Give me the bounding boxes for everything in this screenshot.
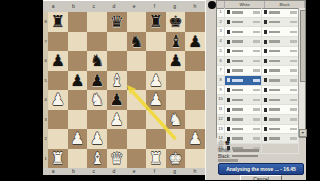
scrollbar-thumb[interactable]	[300, 10, 307, 82]
file-label-h: h	[185, 168, 205, 175]
move-number-5: 5	[217, 47, 225, 56]
black-move-cell-1[interactable]	[262, 8, 299, 17]
file-label-e: e	[124, 168, 144, 175]
move-row-3[interactable]: 3	[217, 27, 299, 37]
black-column-header: Black	[265, 1, 305, 8]
square-d2[interactable]	[107, 129, 127, 149]
square-g6[interactable]: ♟	[166, 51, 186, 71]
move-row-9[interactable]: 9	[217, 86, 299, 96]
move-time-illegible	[290, 79, 297, 82]
piece-figurine-icon	[264, 88, 268, 92]
black-player-line: Black:	[218, 154, 258, 159]
move-time-illegible	[290, 11, 297, 14]
square-h7[interactable]: ♟	[185, 32, 205, 52]
move-time-illegible	[253, 69, 260, 72]
square-e5[interactable]	[127, 71, 147, 91]
move-time-illegible	[253, 79, 260, 82]
analysis-footer: ♔♚ White: Black: Analysing the move ... …	[216, 138, 306, 180]
black-piece-n-c6: ♞	[87, 51, 107, 71]
white-piece-q-d1: ♛	[107, 149, 127, 169]
black-move-cell-6[interactable]	[262, 57, 299, 66]
white-player-line: White:	[218, 148, 259, 153]
black-player-name-illegible	[232, 155, 258, 158]
black-move-cell-7[interactable]	[262, 66, 299, 75]
white-piece-p-a4: ♟	[48, 90, 68, 110]
square-g3[interactable]: ♞	[166, 110, 186, 130]
piece-figurine-icon	[264, 127, 268, 131]
square-d6[interactable]	[107, 51, 127, 71]
square-b4[interactable]	[68, 90, 88, 110]
square-c7[interactable]	[87, 32, 107, 52]
piece-figurine-icon	[264, 40, 268, 44]
square-f6[interactable]	[146, 51, 166, 71]
move-text-illegible	[232, 108, 243, 111]
move-row-10[interactable]: 10	[217, 95, 299, 105]
move-number-8: 8	[217, 76, 225, 85]
move-time-illegible	[253, 50, 260, 53]
piece-figurine-icon	[264, 117, 268, 121]
move-text-illegible	[232, 60, 243, 63]
file-label-f: f	[144, 168, 164, 175]
move-time-illegible	[290, 40, 297, 43]
square-g1[interactable]: ♚	[166, 149, 186, 169]
move-number-6: 6	[217, 57, 225, 66]
black-piece-p-a6: ♟	[48, 51, 68, 71]
square-c6[interactable]: ♞	[87, 51, 107, 71]
move-time-illegible	[253, 60, 260, 63]
white-piece-p-c2: ♟	[87, 129, 107, 149]
move-row-1[interactable]: 1	[217, 8, 299, 18]
square-f1[interactable]: ♜	[146, 149, 166, 169]
white-piece-k-g1: ♚	[166, 149, 186, 169]
square-g8[interactable]: ♚	[166, 12, 186, 32]
move-text-illegible	[269, 40, 280, 43]
piece-figurine-icon	[264, 78, 268, 82]
move-text-illegible	[232, 40, 243, 43]
file-label-g: g	[165, 168, 185, 175]
move-row-7[interactable]: 7	[217, 66, 299, 76]
piece-figurine-icon	[227, 108, 231, 112]
square-a7[interactable]	[48, 32, 68, 52]
square-h4[interactable]	[185, 90, 205, 110]
scrollbar-down-arrow[interactable]: ▾	[299, 129, 307, 137]
fritz-analysis-window: abcdefgh 87654321 abcdefgh ♜♛♜♚♞♝♟♟♞♟♟♟♝…	[0, 0, 320, 180]
white-move-cell-10[interactable]	[225, 95, 262, 104]
move-time-illegible	[253, 118, 260, 121]
move-time-illegible	[253, 99, 260, 102]
white-piece-p-h2: ♟	[185, 129, 205, 149]
square-g7[interactable]: ♝	[166, 32, 186, 52]
square-e6[interactable]	[127, 51, 147, 71]
square-a8[interactable]: ♜	[48, 12, 68, 32]
move-text-illegible	[232, 99, 243, 102]
white-move-cell-4[interactable]	[225, 37, 262, 46]
move-text-illegible	[269, 69, 280, 72]
black-piece-p-b5: ♟	[68, 71, 88, 91]
black-move-cell-5[interactable]	[262, 47, 299, 56]
square-g2[interactable]	[166, 129, 186, 149]
move-time-illegible	[290, 128, 297, 131]
square-g4[interactable]	[166, 90, 186, 110]
white-move-cell-6[interactable]	[225, 57, 262, 66]
white-piece-r-f1: ♜	[146, 149, 166, 169]
square-d5[interactable]: ♝	[107, 71, 127, 91]
move-text-illegible	[269, 11, 280, 14]
piece-figurine-icon	[264, 59, 268, 63]
square-g5[interactable]	[166, 71, 186, 91]
analysing-progress-button[interactable]: Analysing the move ... - 16.45	[218, 163, 304, 176]
move-text-illegible	[232, 69, 243, 72]
piece-figurine-icon	[227, 20, 231, 24]
square-h3[interactable]	[185, 110, 205, 130]
file-labels-top: abcdefgh	[43, 0, 205, 12]
black-piece-b-g7: ♝	[166, 32, 186, 52]
piece-figurine-icon	[227, 78, 231, 82]
black-king-icon: ♚	[224, 139, 230, 147]
piece-figurine-icon	[227, 69, 231, 73]
square-b7[interactable]	[68, 32, 88, 52]
piece-figurine-icon	[264, 69, 268, 73]
square-h1[interactable]	[185, 149, 205, 169]
piece-figurine-icon	[227, 59, 231, 63]
piece-figurine-icon	[264, 49, 268, 53]
white-player-label: White:	[218, 148, 231, 153]
black-move-cell-12[interactable]	[262, 115, 299, 124]
move-number-2: 2	[217, 18, 225, 27]
move-number-9: 9	[217, 86, 225, 95]
move-time-illegible	[290, 60, 297, 63]
move-text-illegible	[269, 50, 280, 53]
white-move-cell-11[interactable]	[225, 105, 262, 114]
file-label-h: h	[185, 1, 205, 12]
square-a1[interactable]: ♜	[48, 149, 68, 169]
file-label-d: d	[104, 1, 124, 12]
white-move-cell-2[interactable]	[225, 18, 262, 27]
move-time-illegible	[290, 69, 297, 72]
square-c1[interactable]: ♝	[87, 149, 107, 169]
square-e8[interactable]	[127, 12, 147, 32]
black-move-cell-4[interactable]	[262, 37, 299, 46]
move-time-illegible	[253, 40, 260, 43]
move-text-illegible	[269, 128, 280, 131]
piece-figurine-icon	[227, 98, 231, 102]
side-to-move-indicator-black	[208, 1, 216, 9]
square-f4[interactable]: ♟	[146, 90, 166, 110]
file-label-a: a	[43, 1, 63, 12]
square-f3[interactable]	[146, 110, 166, 130]
move-time-illegible	[290, 89, 297, 92]
black-move-cell-10[interactable]	[262, 95, 299, 104]
move-time-illegible	[253, 128, 260, 131]
player-color-icons: ♔♚	[218, 139, 231, 147]
file-label-c: c	[84, 1, 104, 12]
square-b5[interactable]: ♟	[68, 71, 88, 91]
square-a5[interactable]	[48, 71, 68, 91]
move-row-6[interactable]: 6	[217, 57, 299, 67]
move-number-12: 12	[217, 115, 225, 124]
white-column-header: White	[225, 1, 265, 8]
white-move-cell-13[interactable]	[225, 125, 262, 134]
square-h2[interactable]: ♟	[185, 129, 205, 149]
move-number-header	[217, 1, 225, 8]
white-move-cell-3[interactable]	[225, 27, 262, 36]
file-label-e: e	[124, 1, 144, 12]
square-b6[interactable]	[68, 51, 88, 71]
square-f5[interactable]: ♟	[146, 71, 166, 91]
move-row-11[interactable]: 11	[217, 105, 299, 115]
move-row-5[interactable]: 5	[217, 47, 299, 57]
square-d7[interactable]	[107, 32, 127, 52]
piece-figurine-icon	[264, 30, 268, 34]
white-move-cell-9[interactable]	[225, 86, 262, 95]
white-move-cell-5[interactable]	[225, 47, 262, 56]
piece-figurine-icon	[264, 98, 268, 102]
move-text-illegible	[232, 50, 243, 53]
square-f8[interactable]: ♜	[146, 12, 166, 32]
move-text-illegible	[232, 89, 243, 92]
piece-figurine-icon	[227, 10, 231, 14]
move-time-illegible	[253, 21, 260, 24]
file-labels-bottom: abcdefgh	[43, 168, 205, 175]
move-text-illegible	[269, 21, 280, 24]
move-time-illegible	[253, 31, 260, 34]
move-text-illegible	[269, 79, 280, 82]
white-piece-p-d3: ♟	[107, 110, 127, 130]
move-text-illegible	[232, 11, 243, 14]
square-c2[interactable]: ♟	[87, 129, 107, 149]
black-move-cell-9[interactable]	[262, 86, 299, 95]
square-a6[interactable]: ♟	[48, 51, 68, 71]
square-a2[interactable]	[48, 129, 68, 149]
move-row-4[interactable]: 4	[217, 37, 299, 47]
square-h5[interactable]	[185, 71, 205, 91]
move-time-illegible	[253, 11, 260, 14]
move-list-scrollbar[interactable]: ▾	[298, 8, 305, 137]
result-line-illegible	[218, 159, 238, 162]
square-c3[interactable]	[87, 110, 107, 130]
piece-figurine-icon	[227, 117, 231, 121]
move-text-illegible	[232, 128, 243, 131]
square-d3[interactable]: ♟	[107, 110, 127, 130]
chess-board[interactable]: ♜♛♜♚♞♝♟♟♞♟♟♟♝♟♟♞♟♟♟♞♟♟♟♜♝♛♜♚	[48, 12, 205, 168]
move-text-illegible	[232, 118, 243, 121]
move-time-illegible	[290, 99, 297, 102]
piece-figurine-icon	[227, 88, 231, 92]
white-piece-p-f5: ♟	[146, 71, 166, 91]
square-e2[interactable]	[127, 129, 147, 149]
piece-figurine-icon	[264, 20, 268, 24]
square-b8[interactable]	[68, 12, 88, 32]
black-piece-k-g8: ♚	[166, 12, 186, 32]
black-move-cell-8[interactable]	[262, 76, 299, 85]
move-row-2[interactable]: 2	[217, 18, 299, 28]
square-h6[interactable]	[185, 51, 205, 71]
file-label-f: f	[144, 1, 164, 12]
square-d4[interactable]: ♟	[107, 90, 127, 110]
move-number-10: 10	[217, 95, 225, 104]
move-list-table[interactable]: White Black 123456789101112131415 ▾	[216, 0, 306, 138]
file-label-a: a	[43, 168, 63, 175]
move-text-illegible	[269, 99, 280, 102]
white-move-cell-12[interactable]	[225, 115, 262, 124]
square-b2[interactable]: ♟	[68, 129, 88, 149]
move-time-illegible	[290, 108, 297, 111]
square-d8[interactable]: ♛	[107, 12, 127, 32]
white-piece-b-d5: ♝	[107, 71, 127, 91]
move-text-illegible	[232, 31, 243, 34]
move-text-illegible	[269, 31, 280, 34]
file-label-d: d	[104, 168, 124, 175]
move-number-4: 4	[217, 37, 225, 46]
move-time-illegible	[290, 118, 297, 121]
square-e7[interactable]: ♞	[127, 32, 147, 52]
black-piece-p-h7: ♟	[185, 32, 205, 52]
move-time-illegible	[290, 21, 297, 24]
square-c5[interactable]: ♟	[87, 71, 107, 91]
piece-figurine-icon	[227, 49, 231, 53]
move-time-illegible	[253, 108, 260, 111]
white-piece-r-a1: ♜	[48, 149, 68, 169]
black-player-label: Black:	[218, 154, 230, 159]
move-text-illegible	[269, 108, 280, 111]
move-list-rows: 123456789101112131415	[217, 8, 299, 137]
file-label-b: b	[63, 1, 83, 12]
square-c8[interactable]	[87, 12, 107, 32]
move-number-3: 3	[217, 27, 225, 36]
file-label-b: b	[63, 168, 83, 175]
white-move-cell-1[interactable]	[225, 8, 262, 17]
move-time-illegible	[253, 89, 260, 92]
black-piece-p-g6: ♟	[166, 51, 186, 71]
square-a4[interactable]: ♟	[48, 90, 68, 110]
move-row-13[interactable]: 13	[217, 125, 299, 135]
piece-figurine-icon	[227, 40, 231, 44]
square-c4[interactable]: ♞	[87, 90, 107, 110]
black-piece-p-d4: ♟	[107, 90, 127, 110]
white-piece-b-c1: ♝	[87, 149, 107, 169]
move-number-7: 7	[217, 66, 225, 75]
black-piece-r-f8: ♜	[146, 12, 166, 32]
square-e4[interactable]	[127, 90, 147, 110]
square-d1[interactable]: ♛	[107, 149, 127, 169]
move-row-12[interactable]: 12	[217, 115, 299, 125]
move-time-illegible	[290, 50, 297, 53]
black-move-cell-3[interactable]	[262, 27, 299, 36]
white-player-name-illegible	[233, 149, 259, 152]
square-f7[interactable]	[146, 32, 166, 52]
move-time-illegible	[290, 31, 297, 34]
white-move-cell-7[interactable]	[225, 66, 262, 75]
piece-figurine-icon	[227, 127, 231, 131]
square-b1[interactable]	[68, 149, 88, 169]
black-move-cell-11[interactable]	[262, 105, 299, 114]
move-text-illegible	[269, 60, 280, 63]
piece-figurine-icon	[227, 30, 231, 34]
square-e3[interactable]	[127, 110, 147, 130]
square-h8[interactable]	[185, 12, 205, 32]
black-piece-q-d8: ♛	[107, 12, 127, 32]
black-piece-n-e7: ♞	[127, 32, 147, 52]
file-label-g: g	[165, 1, 185, 12]
piece-figurine-icon	[264, 108, 268, 112]
move-number-1: 1	[217, 8, 225, 17]
black-piece-p-c5: ♟	[87, 71, 107, 91]
file-label-c: c	[84, 168, 104, 175]
white-move-cell-8[interactable]	[225, 76, 262, 85]
move-number-13: 13	[217, 125, 225, 134]
move-text-illegible	[269, 118, 280, 121]
cancel-button[interactable]: Cancel	[240, 175, 282, 181]
white-piece-p-f4: ♟	[146, 90, 166, 110]
square-b3[interactable]	[68, 110, 88, 130]
move-text-illegible	[232, 21, 243, 24]
white-piece-n-c4: ♞	[87, 90, 107, 110]
black-move-cell-2[interactable]	[262, 18, 299, 27]
white-piece-p-b2: ♟	[68, 129, 88, 149]
black-piece-r-a8: ♜	[48, 12, 68, 32]
square-f2[interactable]	[146, 129, 166, 149]
move-text-illegible	[232, 79, 243, 82]
notation-panel: White Black 123456789101112131415 ▾ ♔♚ W…	[216, 0, 306, 180]
black-move-cell-13[interactable]	[262, 125, 299, 134]
move-row-8[interactable]: 8	[217, 76, 299, 86]
move-number-11: 11	[217, 105, 225, 114]
piece-figurine-icon	[264, 10, 268, 14]
white-piece-n-g3: ♞	[166, 110, 186, 130]
square-a3[interactable]	[48, 110, 68, 130]
move-text-illegible	[269, 89, 280, 92]
square-e1[interactable]	[127, 149, 147, 169]
